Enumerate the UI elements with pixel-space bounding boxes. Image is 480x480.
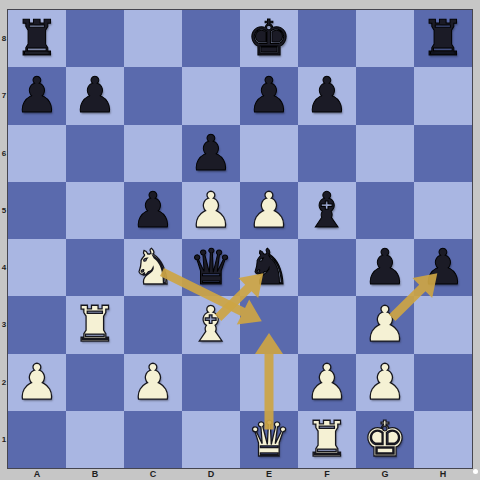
square-h3[interactable]: [414, 296, 472, 353]
square-c5[interactable]: ♟: [124, 182, 182, 239]
white-pawn-e5[interactable]: ♟: [247, 182, 291, 239]
square-f6[interactable]: [298, 125, 356, 182]
white-queen-e1[interactable]: ♛: [247, 411, 291, 468]
square-h1[interactable]: [414, 411, 472, 468]
square-h8[interactable]: ♜: [414, 10, 472, 67]
square-g2[interactable]: ♟: [356, 354, 414, 411]
square-e2[interactable]: [240, 354, 298, 411]
square-d2[interactable]: [182, 354, 240, 411]
square-c8[interactable]: [124, 10, 182, 67]
black-pawn-h4[interactable]: ♟: [421, 239, 465, 296]
file-label-a: A: [8, 468, 66, 480]
white-bishop-d3[interactable]: ♝: [189, 296, 233, 353]
chess-app-window: 87654321 ♜♚♜♟♟♟♟♟♟♟♟♝♞♛♞♟♟♜♝♟♟♟♟♟♛♜♚ ABC…: [0, 0, 480, 480]
white-pawn-g2[interactable]: ♟: [363, 354, 407, 411]
square-d5[interactable]: ♟: [182, 182, 240, 239]
black-pawn-a7[interactable]: ♟: [15, 67, 59, 124]
square-c6[interactable]: [124, 125, 182, 182]
chess-board[interactable]: ♜♚♜♟♟♟♟♟♟♟♟♝♞♛♞♟♟♜♝♟♟♟♟♟♛♜♚: [8, 10, 472, 468]
square-c3[interactable]: [124, 296, 182, 353]
rank-label-4: 4: [0, 239, 8, 296]
square-a6[interactable]: [8, 125, 66, 182]
file-label-b: B: [66, 468, 124, 480]
square-g4[interactable]: ♟: [356, 239, 414, 296]
square-g5[interactable]: [356, 182, 414, 239]
square-d4[interactable]: ♛: [182, 239, 240, 296]
square-g3[interactable]: ♟: [356, 296, 414, 353]
square-a3[interactable]: [8, 296, 66, 353]
file-label-e: E: [240, 468, 298, 480]
black-rook-h8[interactable]: ♜: [421, 10, 465, 67]
square-e5[interactable]: ♟: [240, 182, 298, 239]
square-c2[interactable]: ♟: [124, 354, 182, 411]
white-rook-f1[interactable]: ♜: [305, 411, 349, 468]
white-pawn-d5[interactable]: ♟: [189, 182, 233, 239]
square-f8[interactable]: [298, 10, 356, 67]
black-knight-e4[interactable]: ♞: [247, 239, 291, 296]
square-b5[interactable]: [66, 182, 124, 239]
file-label-f: F: [298, 468, 356, 480]
square-e4[interactable]: ♞: [240, 239, 298, 296]
square-h4[interactable]: ♟: [414, 239, 472, 296]
square-b3[interactable]: ♜: [66, 296, 124, 353]
square-d8[interactable]: [182, 10, 240, 67]
resize-grip-dot: [473, 469, 478, 474]
white-knight-c4[interactable]: ♞: [131, 239, 175, 296]
square-f3[interactable]: [298, 296, 356, 353]
square-b7[interactable]: ♟: [66, 67, 124, 124]
black-king-e8[interactable]: ♚: [247, 10, 291, 67]
black-pawn-b7[interactable]: ♟: [73, 67, 117, 124]
square-e3[interactable]: [240, 296, 298, 353]
square-g6[interactable]: [356, 125, 414, 182]
square-h2[interactable]: [414, 354, 472, 411]
square-e1[interactable]: ♛: [240, 411, 298, 468]
square-g7[interactable]: [356, 67, 414, 124]
square-b4[interactable]: [66, 239, 124, 296]
square-h6[interactable]: [414, 125, 472, 182]
black-queen-d4[interactable]: ♛: [189, 239, 233, 296]
black-pawn-c5[interactable]: ♟: [131, 182, 175, 239]
file-label-h: H: [414, 468, 472, 480]
square-a1[interactable]: [8, 411, 66, 468]
square-d6[interactable]: ♟: [182, 125, 240, 182]
square-d1[interactable]: [182, 411, 240, 468]
file-labels: ABCDEFGH: [8, 468, 472, 480]
board-squares: ♜♚♜♟♟♟♟♟♟♟♟♝♞♛♞♟♟♜♝♟♟♟♟♟♛♜♚: [8, 10, 472, 468]
black-bishop-f5[interactable]: ♝: [305, 182, 349, 239]
square-a7[interactable]: ♟: [8, 67, 66, 124]
rank-label-6: 6: [0, 125, 8, 182]
rank-label-7: 7: [0, 67, 8, 124]
file-label-g: G: [356, 468, 414, 480]
black-pawn-g4[interactable]: ♟: [363, 239, 407, 296]
rank-label-8: 8: [0, 10, 8, 67]
white-rook-b3[interactable]: ♜: [73, 296, 117, 353]
white-king-g1[interactable]: ♚: [363, 411, 407, 468]
square-a5[interactable]: [8, 182, 66, 239]
white-pawn-a2[interactable]: ♟: [15, 354, 59, 411]
square-c4[interactable]: ♞: [124, 239, 182, 296]
square-b6[interactable]: [66, 125, 124, 182]
square-f1[interactable]: ♜: [298, 411, 356, 468]
rank-label-1: 1: [0, 411, 8, 468]
square-g8[interactable]: [356, 10, 414, 67]
square-a4[interactable]: [8, 239, 66, 296]
square-f7[interactable]: ♟: [298, 67, 356, 124]
black-pawn-e7[interactable]: ♟: [247, 67, 291, 124]
white-pawn-f2[interactable]: ♟: [305, 354, 349, 411]
square-e7[interactable]: ♟: [240, 67, 298, 124]
square-e8[interactable]: ♚: [240, 10, 298, 67]
rank-labels: 87654321: [0, 10, 8, 468]
black-pawn-f7[interactable]: ♟: [305, 67, 349, 124]
square-d7[interactable]: [182, 67, 240, 124]
rank-label-5: 5: [0, 182, 8, 239]
square-a8[interactable]: ♜: [8, 10, 66, 67]
rank-label-3: 3: [0, 296, 8, 353]
square-b2[interactable]: [66, 354, 124, 411]
black-rook-a8[interactable]: ♜: [15, 10, 59, 67]
square-b8[interactable]: [66, 10, 124, 67]
square-c7[interactable]: [124, 67, 182, 124]
white-pawn-c2[interactable]: ♟: [131, 354, 175, 411]
rank-label-2: 2: [0, 354, 8, 411]
square-f2[interactable]: ♟: [298, 354, 356, 411]
square-h5[interactable]: [414, 182, 472, 239]
square-f5[interactable]: ♝: [298, 182, 356, 239]
square-e6[interactable]: [240, 125, 298, 182]
square-a2[interactable]: ♟: [8, 354, 66, 411]
square-h7[interactable]: [414, 67, 472, 124]
square-c1[interactable]: [124, 411, 182, 468]
white-pawn-g3[interactable]: ♟: [363, 296, 407, 353]
square-f4[interactable]: [298, 239, 356, 296]
file-label-c: C: [124, 468, 182, 480]
file-label-d: D: [182, 468, 240, 480]
black-pawn-d6[interactable]: ♟: [189, 125, 233, 182]
square-d3[interactable]: ♝: [182, 296, 240, 353]
square-g1[interactable]: ♚: [356, 411, 414, 468]
square-b1[interactable]: [66, 411, 124, 468]
